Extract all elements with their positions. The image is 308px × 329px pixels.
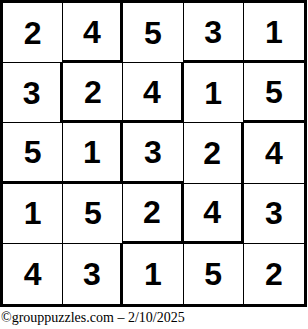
cell-r3c2: 1 [63, 123, 123, 183]
cell-r1c2: 4 [63, 3, 123, 63]
cell-r1c4: 3 [184, 3, 244, 63]
cell-r5c5: 2 [244, 244, 304, 304]
cell-r4c5: 3 [244, 184, 304, 244]
board: 2453132415513241524343152 [0, 0, 307, 307]
cell-r2c4: 1 [184, 63, 244, 123]
puzzle-page: 2453132415513241524343152 ©grouppuzzles.… [0, 0, 308, 329]
cell-r5c3: 1 [123, 244, 183, 304]
cell-r3c1: 5 [3, 123, 63, 183]
cell-r1c5: 1 [244, 3, 304, 63]
cell-r4c4: 4 [184, 184, 244, 244]
cell-r4c3: 2 [123, 184, 183, 244]
cell-r4c1: 1 [3, 184, 63, 244]
cell-r3c5: 4 [244, 123, 304, 183]
cell-r3c4: 2 [184, 123, 244, 183]
cell-r5c1: 4 [3, 244, 63, 304]
cell-r3c3: 3 [123, 123, 183, 183]
cell-r1c1: 2 [3, 3, 63, 63]
cell-r2c2: 2 [63, 63, 123, 123]
cell-r2c5: 5 [244, 63, 304, 123]
cell-r2c1: 3 [3, 63, 63, 123]
cell-r2c3: 4 [123, 63, 183, 123]
cell-r1c3: 5 [123, 3, 183, 63]
cell-r5c2: 3 [63, 244, 123, 304]
cell-r5c4: 5 [184, 244, 244, 304]
copyright-footer: ©grouppuzzles.com – 2/10/2025 [1, 310, 185, 326]
cell-r4c2: 5 [63, 184, 123, 244]
